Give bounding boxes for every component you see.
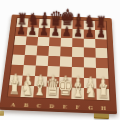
pieces-layer: ♜♞♝♛♚♝♞♜♟♟♟♟♟♟♟♟♟♟♟♟♟♟♟♟♜♞♝♛♚♝♞♜	[0, 0, 120, 120]
piece-white-rook-h1[interactable]: ♜	[90, 65, 117, 102]
board-tilt-wrapper: A B C D E F G H ♜♞♝♛♚♝♞♜♟♟♟♟♟♟♟♟♟♟♟♟♟♟♟♟…	[0, 0, 120, 120]
black-pawn-icon: ♟	[97, 26, 106, 40]
piece-black-pawn-h7[interactable]: ♟	[88, 3, 115, 40]
white-rook-icon: ♜	[97, 83, 109, 101]
chess-set-photo: A B C D E F G H ♜♞♝♛♚♝♞♜♟♟♟♟♟♟♟♟♟♟♟♟♟♟♟♟…	[0, 0, 120, 120]
